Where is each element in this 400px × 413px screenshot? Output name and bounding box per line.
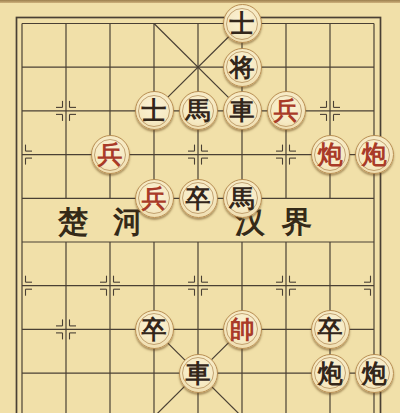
piece-red-soldier[interactable]: 兵 xyxy=(267,91,306,130)
piece-red-general[interactable]: 帥 xyxy=(223,310,262,349)
piece-glyph: 帥 xyxy=(230,317,255,342)
piece-glyph: 卒 xyxy=(142,317,167,342)
piece-red-cannon[interactable]: 炮 xyxy=(311,135,350,174)
piece-glyph: 炮 xyxy=(362,142,387,167)
piece-glyph: 兵 xyxy=(142,186,167,211)
piece-red-cannon[interactable]: 炮 xyxy=(355,135,394,174)
xiangqi-board[interactable]: 楚 河 汉 界 士将士馬車兵兵炮炮兵卒馬卒帥卒車炮炮 xyxy=(0,0,400,413)
river-label-jie: 界 xyxy=(282,202,312,243)
piece-glyph: 馬 xyxy=(230,186,255,211)
piece-glyph: 炮 xyxy=(362,361,387,386)
piece-red-soldier[interactable]: 兵 xyxy=(135,179,174,218)
piece-black-cannon[interactable]: 炮 xyxy=(355,354,394,393)
piece-black-advisor[interactable]: 士 xyxy=(135,91,174,130)
piece-black-soldier[interactable]: 卒 xyxy=(135,310,174,349)
piece-glyph: 士 xyxy=(230,11,255,36)
piece-glyph: 車 xyxy=(230,98,255,123)
piece-glyph: 炮 xyxy=(318,361,343,386)
river-label-chu: 楚 xyxy=(58,202,88,243)
piece-black-soldier[interactable]: 卒 xyxy=(179,179,218,218)
piece-glyph: 将 xyxy=(230,55,255,80)
piece-black-horse[interactable]: 馬 xyxy=(179,91,218,130)
piece-glyph: 士 xyxy=(142,98,167,123)
piece-black-advisor[interactable]: 士 xyxy=(223,4,262,43)
piece-black-horse[interactable]: 馬 xyxy=(223,179,262,218)
piece-glyph: 卒 xyxy=(318,317,343,342)
piece-glyph: 炮 xyxy=(318,142,343,167)
piece-glyph: 車 xyxy=(186,361,211,386)
piece-black-general[interactable]: 将 xyxy=(223,48,262,87)
piece-red-soldier[interactable]: 兵 xyxy=(91,135,130,174)
piece-glyph: 兵 xyxy=(274,98,299,123)
piece-glyph: 兵 xyxy=(98,142,123,167)
piece-black-chariot[interactable]: 車 xyxy=(179,354,218,393)
piece-black-soldier[interactable]: 卒 xyxy=(311,310,350,349)
piece-glyph: 卒 xyxy=(186,186,211,211)
piece-glyph: 馬 xyxy=(186,98,211,123)
piece-black-cannon[interactable]: 炮 xyxy=(311,354,350,393)
piece-black-chariot[interactable]: 車 xyxy=(223,91,262,130)
